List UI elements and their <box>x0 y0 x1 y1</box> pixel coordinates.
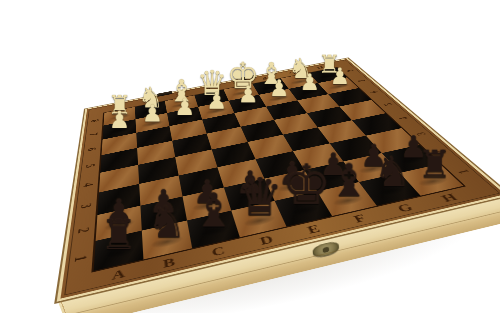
piece-dark-king-e1[interactable]: ♚ <box>282 157 328 212</box>
piece-dark-bishop-f1[interactable]: ♝ <box>326 157 372 202</box>
piece-dark-rook-a1[interactable]: ♜ <box>94 214 143 255</box>
piece-dark-queen-d1[interactable]: ♛ <box>236 171 283 223</box>
piece-dark-knight-b1[interactable]: ♞ <box>143 200 191 244</box>
piece-dark-knight-g1[interactable]: ♞ <box>369 151 415 193</box>
piece-dark-bishop-c1[interactable]: ♝ <box>190 187 237 233</box>
piece-dark-rook-h1[interactable]: ♜ <box>412 145 457 183</box>
brass-clasp <box>312 240 339 258</box>
